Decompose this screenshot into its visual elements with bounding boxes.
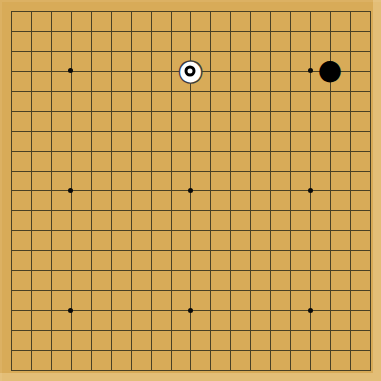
star-point-dot <box>68 188 73 193</box>
star-point <box>300 300 320 320</box>
black-stone-glyph: ● <box>318 55 342 83</box>
last-move-circle-marker <box>185 65 196 76</box>
star-point-dot <box>68 68 73 73</box>
black-stone-R16: ● <box>320 61 340 81</box>
star-point-dot <box>308 308 313 313</box>
star-point-dot <box>188 308 193 313</box>
star-point <box>61 180 81 200</box>
star-point <box>61 61 81 81</box>
star-point-dot <box>308 68 313 73</box>
white-stone-K16: ●● <box>180 61 200 81</box>
star-point <box>300 180 320 200</box>
star-point-dot <box>68 308 73 313</box>
star-point <box>61 300 81 320</box>
star-point <box>300 61 320 81</box>
star-point <box>180 300 200 320</box>
star-point <box>180 180 200 200</box>
intersection-grid: ●●● <box>1 1 380 380</box>
star-point-dot <box>308 188 313 193</box>
star-point-dot <box>188 188 193 193</box>
go-board[interactable]: ●●● <box>0 0 381 381</box>
